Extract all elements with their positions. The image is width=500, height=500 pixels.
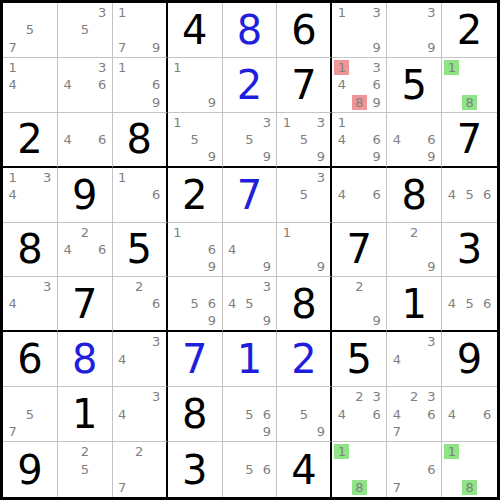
cell-value: 9 [457, 339, 482, 379]
cell-r1c4[interactable]: 4 [168, 3, 223, 58]
candidate-5: 5 [22, 22, 37, 37]
candidate-6: 6 [95, 242, 110, 257]
candidate-5: 5 [242, 462, 257, 477]
candidate-grid: 456 [443, 169, 496, 221]
cell-value: 7 [457, 119, 482, 159]
cell-r3c1[interactable]: 2 [3, 113, 58, 168]
cell-r6c6[interactable]: 8 [277, 277, 332, 332]
candidate-6: 6 [480, 296, 495, 311]
candidate-4: 4 [60, 77, 75, 92]
candidate-grid: 18 [333, 443, 385, 496]
candidate-4: 4 [5, 296, 20, 311]
candidate-grid: 35 [59, 4, 111, 56]
cell-value: 5 [126, 229, 151, 269]
cell-value: 7 [237, 175, 262, 215]
candidate-3: 3 [259, 279, 274, 294]
cell-r2c4[interactable]: 19 [168, 58, 223, 113]
sudoku-app: 5735179486139392143461691927134689518246… [0, 0, 500, 500]
candidate-3: 3 [95, 60, 110, 75]
candidate-4: 4 [334, 132, 349, 147]
cell-value: 5 [347, 339, 372, 379]
candidate-9: 9 [259, 259, 274, 274]
candidate-9: 9 [259, 424, 274, 439]
candidate-8-green-highlight: 8 [462, 95, 477, 110]
cell-r5c9[interactable]: 3 [442, 223, 497, 278]
cell-value: 7 [72, 284, 97, 324]
candidate-grid: 35 [278, 169, 329, 221]
cell-value: 9 [72, 175, 97, 215]
cell-r7c5[interactable]: 1 [223, 332, 278, 387]
candidate-1: 1 [279, 115, 294, 130]
cell-value: 8 [72, 339, 97, 379]
candidate-6: 6 [369, 132, 384, 147]
candidate-grid: 59 [278, 388, 329, 440]
cell-r9c1[interactable]: 9 [3, 442, 58, 497]
cell-r5c2[interactable]: 246 [58, 223, 113, 278]
cell-value: 5 [401, 65, 426, 105]
candidate-6: 6 [95, 77, 110, 92]
candidate-6: 6 [149, 296, 164, 311]
candidate-4: 4 [225, 242, 240, 257]
candidate-4: 4 [5, 77, 20, 92]
candidate-3: 3 [149, 334, 164, 349]
candidate-7: 7 [389, 424, 404, 439]
candidate-9: 9 [204, 259, 219, 274]
candidate-4: 4 [389, 132, 404, 147]
candidate-8-green-highlight: 8 [352, 480, 367, 495]
candidate-9: 9 [204, 95, 219, 110]
candidate-grid: 246 [59, 224, 111, 276]
candidate-6: 6 [204, 242, 219, 257]
candidate-7: 7 [115, 40, 130, 55]
cell-value: 4 [291, 450, 316, 490]
cell-r6c4[interactable]: 569 [168, 277, 223, 332]
cell-r1c7[interactable]: 139 [332, 3, 387, 58]
cell-r5c7[interactable]: 7 [332, 223, 387, 278]
candidate-1-green-highlight: 1 [334, 444, 349, 459]
candidate-7: 7 [389, 480, 404, 495]
candidate-9: 9 [204, 313, 219, 328]
cell-r6c1[interactable]: 34 [3, 277, 58, 332]
candidate-grid: 134689 [333, 59, 385, 111]
candidate-grid: 46 [333, 169, 385, 221]
candidate-6: 6 [424, 462, 439, 477]
candidate-4: 4 [444, 187, 459, 202]
cell-r9c2[interactable]: 25 [58, 442, 113, 497]
candidate-1: 1 [170, 115, 185, 130]
candidate-grid: 34 [114, 333, 165, 385]
cell-r3c7[interactable]: 1469 [332, 113, 387, 168]
cell-r2c1[interactable]: 14 [3, 58, 58, 113]
cell-value: 2 [291, 339, 316, 379]
candidate-7: 7 [5, 40, 20, 55]
candidate-grid: 34 [388, 333, 440, 385]
cell-r1c6[interactable]: 6 [277, 3, 332, 58]
candidate-3: 3 [369, 60, 384, 75]
candidate-9: 9 [149, 40, 164, 55]
candidate-9: 9 [204, 149, 219, 164]
candidate-5: 5 [242, 407, 257, 422]
sudoku-board: 5735179486139392143461691927134689518246… [0, 0, 500, 500]
candidate-6: 6 [259, 462, 274, 477]
candidate-grid: 16 [114, 169, 165, 221]
candidate-5: 5 [242, 296, 257, 311]
cell-r8c2[interactable]: 1 [58, 387, 113, 442]
candidate-9: 9 [313, 149, 328, 164]
candidate-grid: 29 [333, 278, 385, 329]
cell-r4c2[interactable]: 9 [58, 168, 113, 223]
candidate-4: 4 [444, 407, 459, 422]
cell-value: 8 [182, 394, 207, 434]
cell-r9c5[interactable]: 56 [223, 442, 278, 497]
cell-r2c5[interactable]: 2 [223, 58, 278, 113]
candidate-1: 1 [334, 115, 349, 130]
cell-r7c7[interactable]: 5 [332, 332, 387, 387]
candidate-4: 4 [334, 407, 349, 422]
candidate-6: 6 [204, 296, 219, 311]
candidate-4: 4 [389, 352, 404, 367]
cell-r8c9[interactable]: 46 [442, 387, 497, 442]
cell-value: 4 [182, 10, 207, 50]
cell-value: 8 [17, 229, 42, 269]
candidate-4: 4 [60, 132, 75, 147]
candidate-3: 3 [313, 115, 328, 130]
candidate-grid: 569 [224, 388, 276, 440]
cell-r5c5[interactable]: 49 [223, 223, 278, 278]
candidate-5: 5 [296, 187, 311, 202]
cell-r2c2[interactable]: 346 [58, 58, 113, 113]
candidate-3: 3 [95, 5, 110, 20]
candidate-6: 6 [480, 187, 495, 202]
candidate-grid: 3459 [224, 278, 276, 329]
cell-value: 2 [237, 65, 262, 105]
cell-r4c8[interactable]: 8 [387, 168, 442, 223]
candidate-1: 1 [170, 60, 185, 75]
cell-r3c4[interactable]: 159 [168, 113, 223, 168]
candidate-6: 6 [369, 77, 384, 92]
cell-r1c3[interactable]: 179 [113, 3, 168, 58]
cell-r4c7[interactable]: 46 [332, 168, 387, 223]
candidate-grid: 469 [388, 114, 440, 165]
candidate-2: 2 [77, 444, 92, 459]
candidate-3: 3 [424, 389, 439, 404]
cell-r4c6[interactable]: 35 [277, 168, 332, 223]
candidate-1: 1 [115, 60, 130, 75]
cell-value: 2 [182, 175, 207, 215]
candidate-1: 1 [334, 5, 349, 20]
candidate-4: 4 [115, 407, 130, 422]
cell-value: 3 [182, 450, 207, 490]
candidate-2: 2 [407, 389, 422, 404]
candidate-3: 3 [369, 5, 384, 20]
candidate-3: 3 [149, 389, 164, 404]
cell-r3c2[interactable]: 46 [58, 113, 113, 168]
candidate-5: 5 [22, 407, 37, 422]
cell-r5c1[interactable]: 8 [3, 223, 58, 278]
candidate-grid: 139 [333, 4, 385, 56]
candidate-8-red-highlight: 8 [352, 95, 367, 110]
cell-r3c5[interactable]: 359 [223, 113, 278, 168]
candidate-6: 6 [259, 407, 274, 422]
cell-r6c7[interactable]: 29 [332, 277, 387, 332]
cell-r7c8[interactable]: 34 [387, 332, 442, 387]
candidate-6: 6 [424, 407, 439, 422]
candidate-4: 4 [225, 296, 240, 311]
candidate-grid: 26 [114, 278, 165, 329]
cell-value: 8 [401, 175, 426, 215]
candidate-9: 9 [149, 95, 164, 110]
cell-r4c1[interactable]: 134 [3, 168, 58, 223]
candidate-grid: 46 [443, 388, 496, 440]
cell-r2c8[interactable]: 5 [387, 58, 442, 113]
cell-r4c4[interactable]: 2 [168, 168, 223, 223]
candidate-grid: 1469 [333, 114, 385, 165]
candidate-grid: 23467 [388, 388, 440, 440]
cell-r1c1[interactable]: 57 [3, 3, 58, 58]
candidate-grid: 34 [4, 278, 56, 329]
candidate-9: 9 [313, 259, 328, 274]
candidate-grid: 19 [278, 224, 329, 276]
candidate-2: 2 [407, 225, 422, 240]
candidate-grid: 346 [59, 59, 111, 111]
candidate-grid: 569 [169, 278, 221, 329]
candidate-9: 9 [424, 259, 439, 274]
candidate-grid: 46 [59, 114, 111, 165]
cell-value: 9 [17, 450, 42, 490]
candidate-grid: 2346 [333, 388, 385, 440]
cell-r8c1[interactable]: 57 [3, 387, 58, 442]
candidate-grid: 34 [114, 388, 165, 440]
candidate-6: 6 [480, 407, 495, 422]
candidate-1: 1 [115, 170, 130, 185]
candidate-9: 9 [369, 313, 384, 328]
candidate-grid: 18 [443, 443, 496, 496]
candidate-2: 2 [132, 444, 147, 459]
cell-r7c1[interactable]: 6 [3, 332, 58, 387]
candidate-9: 9 [369, 40, 384, 55]
candidate-grid: 169 [169, 224, 221, 276]
cell-value: 3 [457, 229, 482, 269]
candidate-3: 3 [313, 170, 328, 185]
candidate-1-green-highlight: 1 [444, 444, 459, 459]
candidate-grid: 18 [443, 59, 496, 111]
candidate-grid: 14 [4, 59, 56, 111]
cell-r9c7[interactable]: 18 [332, 442, 387, 497]
cell-r3c8[interactable]: 469 [387, 113, 442, 168]
candidate-5: 5 [462, 296, 477, 311]
cell-value: 8 [126, 119, 151, 159]
cell-r7c2[interactable]: 8 [58, 332, 113, 387]
cell-r5c6[interactable]: 19 [277, 223, 332, 278]
candidate-9: 9 [369, 149, 384, 164]
cell-value: 1 [401, 284, 426, 324]
cell-r1c5[interactable]: 8 [223, 3, 278, 58]
candidate-5: 5 [187, 132, 202, 147]
candidate-1-green-highlight: 1 [444, 60, 459, 75]
candidate-5: 5 [296, 132, 311, 147]
candidate-grid: 179 [114, 4, 165, 56]
cell-r2c9[interactable]: 18 [442, 58, 497, 113]
cell-value: 8 [237, 10, 262, 50]
candidate-6: 6 [149, 187, 164, 202]
candidate-grid: 19 [169, 59, 221, 111]
candidate-6: 6 [95, 132, 110, 147]
candidate-9: 9 [424, 149, 439, 164]
candidate-5: 5 [187, 296, 202, 311]
candidate-5: 5 [462, 187, 477, 202]
candidate-2: 2 [132, 279, 147, 294]
candidate-6: 6 [369, 187, 384, 202]
cell-value: 6 [291, 10, 316, 50]
candidate-1: 1 [115, 5, 130, 20]
cell-r3c9[interactable]: 7 [442, 113, 497, 168]
candidate-1-red-highlight: 1 [334, 60, 349, 75]
cell-r5c8[interactable]: 29 [387, 223, 442, 278]
cell-r4c3[interactable]: 16 [113, 168, 168, 223]
cell-r5c4[interactable]: 169 [168, 223, 223, 278]
cell-r3c6[interactable]: 1359 [277, 113, 332, 168]
candidate-3: 3 [40, 279, 55, 294]
cell-r9c4[interactable]: 3 [168, 442, 223, 497]
cell-r9c9[interactable]: 18 [442, 442, 497, 497]
candidate-grid: 359 [224, 114, 276, 165]
candidate-4: 4 [115, 352, 130, 367]
candidate-7: 7 [5, 424, 20, 439]
candidate-4: 4 [444, 296, 459, 311]
candidate-4: 4 [334, 77, 349, 92]
cell-r8c5[interactable]: 569 [223, 387, 278, 442]
candidate-grid: 159 [169, 114, 221, 165]
candidate-4: 4 [60, 242, 75, 257]
candidate-6: 6 [369, 407, 384, 422]
candidate-9: 9 [424, 40, 439, 55]
candidate-3: 3 [369, 389, 384, 404]
cell-value: 2 [17, 119, 42, 159]
candidate-grid: 57 [4, 4, 56, 56]
candidate-1: 1 [279, 225, 294, 240]
cell-r4c9[interactable]: 456 [442, 168, 497, 223]
candidate-9: 9 [259, 149, 274, 164]
cell-r7c4[interactable]: 7 [168, 332, 223, 387]
candidate-4: 4 [389, 407, 404, 422]
cell-value: 6 [17, 339, 42, 379]
candidate-grid: 27 [114, 443, 165, 496]
candidate-6: 6 [424, 132, 439, 147]
candidate-grid: 57 [4, 388, 56, 440]
cell-value: 8 [291, 284, 316, 324]
cell-value: 1 [72, 394, 97, 434]
candidate-grid: 56 [224, 443, 276, 496]
candidate-grid: 456 [443, 278, 496, 329]
cell-r9c3[interactable]: 27 [113, 442, 168, 497]
cell-r8c8[interactable]: 23467 [387, 387, 442, 442]
candidate-8-green-highlight: 8 [462, 480, 477, 495]
cell-r4c5[interactable]: 7 [223, 168, 278, 223]
cell-r6c8[interactable]: 1 [387, 277, 442, 332]
cell-r1c2[interactable]: 35 [58, 3, 113, 58]
candidate-grid: 25 [59, 443, 111, 496]
candidate-9: 9 [259, 313, 274, 328]
candidate-2: 2 [352, 389, 367, 404]
cell-r7c9[interactable]: 9 [442, 332, 497, 387]
candidate-grid: 29 [388, 224, 440, 276]
cell-r1c9[interactable]: 2 [442, 3, 497, 58]
candidate-grid: 49 [224, 224, 276, 276]
candidate-3: 3 [40, 170, 55, 185]
cell-r7c3[interactable]: 34 [113, 332, 168, 387]
candidate-grid: 39 [388, 4, 440, 56]
cell-value: 7 [182, 339, 207, 379]
candidate-4: 4 [5, 187, 20, 202]
candidate-1: 1 [5, 60, 20, 75]
cell-r1c8[interactable]: 39 [387, 3, 442, 58]
cell-value: 2 [457, 10, 482, 50]
candidate-9: 9 [369, 95, 384, 110]
candidate-5: 5 [242, 132, 257, 147]
candidate-grid: 67 [388, 443, 440, 496]
cell-r2c3[interactable]: 169 [113, 58, 168, 113]
cell-value: 7 [291, 65, 316, 105]
cell-r3c3[interactable]: 8 [113, 113, 168, 168]
cell-r2c7[interactable]: 134689 [332, 58, 387, 113]
candidate-5: 5 [296, 407, 311, 422]
cell-r2c6[interactable]: 7 [277, 58, 332, 113]
candidate-1: 1 [5, 170, 20, 185]
candidate-3: 3 [424, 334, 439, 349]
candidate-grid: 1359 [278, 114, 329, 165]
candidate-grid: 169 [114, 59, 165, 111]
candidate-7: 7 [115, 480, 130, 495]
cell-r5c3[interactable]: 5 [113, 223, 168, 278]
cell-r6c3[interactable]: 26 [113, 277, 168, 332]
cell-r7c6[interactable]: 2 [277, 332, 332, 387]
cell-r8c6[interactable]: 59 [277, 387, 332, 442]
candidate-3: 3 [424, 5, 439, 20]
cell-value: 1 [237, 339, 262, 379]
cell-r8c7[interactable]: 2346 [332, 387, 387, 442]
candidate-3: 3 [259, 115, 274, 130]
candidate-1: 1 [170, 225, 185, 240]
candidate-2: 2 [352, 279, 367, 294]
cell-r6c5[interactable]: 3459 [223, 277, 278, 332]
candidate-5: 5 [77, 22, 92, 37]
cell-r8c4[interactable]: 8 [168, 387, 223, 442]
candidate-grid: 134 [4, 169, 56, 221]
candidate-4: 4 [334, 187, 349, 202]
candidate-9: 9 [313, 424, 328, 439]
cell-value: 7 [347, 229, 372, 269]
cell-r9c6[interactable]: 4 [277, 442, 332, 497]
candidate-2: 2 [77, 225, 92, 240]
cell-r6c2[interactable]: 7 [58, 277, 113, 332]
cell-r9c8[interactable]: 67 [387, 442, 442, 497]
candidate-5: 5 [77, 462, 92, 477]
candidate-6: 6 [149, 77, 164, 92]
cell-r8c3[interactable]: 34 [113, 387, 168, 442]
cell-r6c9[interactable]: 456 [442, 277, 497, 332]
